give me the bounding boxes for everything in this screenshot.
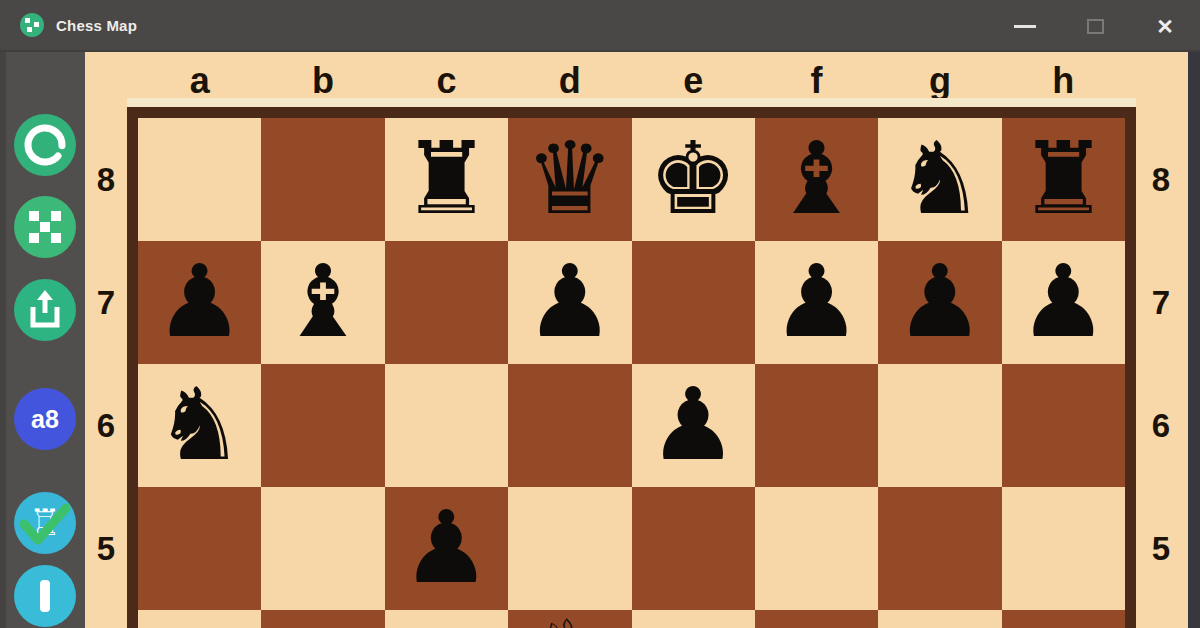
- square-b4[interactable]: [261, 610, 384, 628]
- piece-black-knight[interactable]: ♞: [138, 364, 261, 487]
- rank-label-left-7: 7: [85, 282, 127, 324]
- minimize-button[interactable]: [990, 0, 1060, 52]
- toolbar-sidebar: a8 ♖: [0, 52, 85, 628]
- board-pattern-button[interactable]: [14, 196, 76, 258]
- square-f6[interactable]: [755, 364, 878, 487]
- square-b8[interactable]: [261, 118, 384, 241]
- titlebar: Chess Map ✕: [0, 0, 1200, 52]
- piece-white-knight[interactable]: ♘: [508, 596, 631, 628]
- piece-black-king[interactable]: ♚: [632, 118, 755, 241]
- validate-position-button[interactable]: ♖: [14, 492, 76, 554]
- file-label-d: d: [508, 60, 631, 102]
- piece-black-pawn[interactable]: ♟: [755, 241, 878, 364]
- square-a5[interactable]: [138, 487, 261, 610]
- square-name-button[interactable]: a8: [14, 388, 76, 450]
- piece-black-rook[interactable]: ♜: [1002, 118, 1125, 241]
- square-a8[interactable]: [138, 118, 261, 241]
- file-label-g: g: [878, 60, 1001, 102]
- file-label-c: c: [385, 60, 508, 102]
- square-f8[interactable]: ♝: [755, 118, 878, 241]
- checkmark-icon: [16, 498, 74, 550]
- rank-label-right-7: 7: [1140, 282, 1182, 324]
- piece-black-bishop[interactable]: ♝: [261, 241, 384, 364]
- file-label-e: e: [632, 60, 755, 102]
- square-g5[interactable]: [878, 487, 1001, 610]
- square-d5[interactable]: [508, 487, 631, 610]
- piece-black-rook[interactable]: ♜: [385, 118, 508, 241]
- square-h6[interactable]: [1002, 364, 1125, 487]
- close-button[interactable]: ✕: [1130, 0, 1200, 52]
- square-g6[interactable]: [878, 364, 1001, 487]
- square-f4[interactable]: [755, 610, 878, 628]
- rank-label-left-6: 6: [85, 405, 127, 447]
- pause-bar-button[interactable]: [14, 565, 76, 627]
- square-name-label: a8: [31, 405, 59, 434]
- piece-black-pawn[interactable]: ♟: [508, 241, 631, 364]
- square-c6[interactable]: [385, 364, 508, 487]
- piece-black-bishop[interactable]: ♝: [755, 118, 878, 241]
- square-f5[interactable]: [755, 487, 878, 610]
- file-label-f: f: [755, 60, 878, 102]
- checkerboard-icon: [14, 196, 76, 258]
- piece-black-pawn[interactable]: ♟: [878, 241, 1001, 364]
- piece-black-knight[interactable]: ♞: [878, 118, 1001, 241]
- square-d6[interactable]: [508, 364, 631, 487]
- square-b7[interactable]: ♝: [261, 241, 384, 364]
- file-labels: abcdefgh: [138, 60, 1125, 102]
- maximize-button[interactable]: [1060, 0, 1130, 52]
- window-controls: ✕: [990, 0, 1200, 52]
- piece-black-pawn[interactable]: ♟: [138, 241, 261, 364]
- piece-black-pawn[interactable]: ♟: [385, 487, 508, 610]
- piece-black-pawn[interactable]: ♟: [1002, 241, 1125, 364]
- square-g8[interactable]: ♞: [878, 118, 1001, 241]
- file-label-b: b: [261, 60, 384, 102]
- square-b5[interactable]: [261, 487, 384, 610]
- rank-label-right-6: 6: [1140, 405, 1182, 447]
- maximize-icon: [1087, 19, 1104, 34]
- rank-label-right-5: 5: [1140, 528, 1182, 570]
- square-h5[interactable]: [1002, 487, 1125, 610]
- square-g7[interactable]: ♟: [878, 241, 1001, 364]
- piece-black-pawn[interactable]: ♟: [632, 364, 755, 487]
- square-f7[interactable]: ♟: [755, 241, 878, 364]
- board-top-highlight: [127, 98, 1136, 107]
- square-a6[interactable]: ♞: [138, 364, 261, 487]
- rank-label-left-8: 8: [85, 159, 127, 201]
- minimize-icon: [1014, 25, 1036, 28]
- file-label-h: h: [1002, 60, 1125, 102]
- square-d7[interactable]: ♟: [508, 241, 631, 364]
- rank-label-right-8: 8: [1140, 159, 1182, 201]
- square-h7[interactable]: ♟: [1002, 241, 1125, 364]
- square-d4[interactable]: ♘: [508, 610, 631, 628]
- window-title: Chess Map: [56, 17, 137, 34]
- square-c5[interactable]: ♟: [385, 487, 508, 610]
- loading-ring-button[interactable]: [14, 114, 76, 176]
- square-h4[interactable]: [1002, 610, 1125, 628]
- square-e7[interactable]: [632, 241, 755, 364]
- square-c4[interactable]: [385, 610, 508, 628]
- rank-label-left-5: 5: [85, 528, 127, 570]
- ring-icon: [14, 114, 76, 176]
- chess-board: ♜♛♚♝♞♜♟♝♟♟♟♟♞♟♟♘: [138, 118, 1125, 628]
- square-e4[interactable]: [632, 610, 755, 628]
- square-h8[interactable]: ♜: [1002, 118, 1125, 241]
- bar-icon: [40, 580, 50, 612]
- square-e6[interactable]: ♟: [632, 364, 755, 487]
- close-icon: ✕: [1156, 16, 1174, 37]
- board-frame: ♜♛♚♝♞♜♟♝♟♟♟♟♞♟♟♘: [127, 107, 1136, 628]
- square-e8[interactable]: ♚: [632, 118, 755, 241]
- square-g4[interactable]: [878, 610, 1001, 628]
- board-panel: abcdefgh ♜♛♚♝♞♜♟♝♟♟♟♟♞♟♟♘ 88776655: [85, 52, 1188, 628]
- square-d8[interactable]: ♛: [508, 118, 631, 241]
- square-c7[interactable]: [385, 241, 508, 364]
- app-logo-icon: [20, 13, 44, 37]
- square-b6[interactable]: [261, 364, 384, 487]
- square-a7[interactable]: ♟: [138, 241, 261, 364]
- share-icon: [14, 279, 76, 341]
- file-label-a: a: [138, 60, 261, 102]
- share-export-button[interactable]: [14, 279, 76, 341]
- piece-black-queen[interactable]: ♛: [508, 118, 631, 241]
- square-c8[interactable]: ♜: [385, 118, 508, 241]
- window-right-edge: [1188, 52, 1200, 628]
- square-e5[interactable]: [632, 487, 755, 610]
- square-a4[interactable]: [138, 610, 261, 628]
